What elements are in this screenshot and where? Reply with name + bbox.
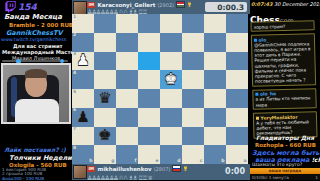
- square-g5[interactable]: ♛: [94, 89, 116, 108]
- square-c2[interactable]: [182, 33, 204, 52]
- file-label: g: [111, 159, 114, 164]
- file-label: h: [89, 159, 92, 164]
- top-player-rating: (2902): [157, 2, 174, 8]
- square-e2[interactable]: [138, 33, 160, 52]
- square-c4[interactable]: [182, 70, 204, 89]
- black-king-piece[interactable]: ♚: [94, 127, 116, 146]
- rank-label: 7: [73, 127, 76, 132]
- top-player-bar: IM Karacsonyi_Gellert (2902) ♙♙♙♙♙♙♙ ♘♘ …: [72, 0, 250, 14]
- square-e8[interactable]: e: [138, 145, 160, 164]
- square-h2[interactable]: 2: [72, 33, 94, 52]
- square-b6[interactable]: [204, 108, 226, 127]
- square-f8[interactable]: f: [116, 145, 138, 164]
- viewer-count: 154: [18, 2, 37, 12]
- square-g3[interactable]: [94, 52, 116, 71]
- twitch-icon: [5, 1, 16, 13]
- square-g6[interactable]: [94, 108, 116, 127]
- square-c5[interactable]: [182, 89, 204, 108]
- black-pawn-piece[interactable]: ♟: [72, 108, 94, 127]
- square-d7[interactable]: [160, 127, 182, 146]
- square-g4[interactable]: [94, 70, 116, 89]
- square-e5[interactable]: [138, 89, 160, 108]
- square-f5[interactable]: [116, 89, 138, 108]
- streamer-shirt: [15, 99, 59, 124]
- square-h8[interactable]: 8h: [72, 145, 94, 164]
- rank-label: 2: [73, 33, 76, 38]
- square-c3[interactable]: [182, 52, 204, 71]
- square-f6[interactable]: [116, 108, 138, 127]
- square-e7[interactable]: [138, 127, 160, 146]
- chat-text: @GannikChess подписка появилась, я вот и…: [254, 41, 313, 84]
- square-f7[interactable]: [116, 127, 138, 146]
- top-player-clock: 0:00.3: [205, 2, 247, 13]
- square-b5[interactable]: [204, 89, 226, 108]
- square-a1[interactable]: [226, 14, 248, 33]
- chat-footer-count: 1: [315, 175, 318, 180]
- top-player-avatar[interactable]: [73, 1, 87, 15]
- file-label: f: [135, 159, 137, 164]
- white-king-piece[interactable]: ♚: [160, 70, 182, 89]
- trophy-icon: [183, 166, 188, 171]
- file-label: a: [243, 159, 246, 164]
- square-h6[interactable]: 6♟: [72, 108, 94, 127]
- channel-name: GannikChessTV: [6, 29, 63, 37]
- tippers-list: 1 виктория 500 RUB2 прошка 100 RUBфорд10…: [2, 168, 70, 180]
- chat-message: olo_@GannikChess подписка появилась, я в…: [251, 33, 316, 86]
- square-h4[interactable]: 4: [72, 70, 94, 89]
- square-h1[interactable]: 1: [72, 14, 94, 33]
- gladiators-title: Гладиаторы Дня: [255, 134, 315, 141]
- top-player-title-badge: IM: [87, 2, 95, 8]
- chat-text: а из Литвы кто чемпион мира: [255, 96, 313, 108]
- square-g8[interactable]: g: [94, 145, 116, 164]
- russia-flag-icon: [172, 165, 181, 172]
- file-label: d: [177, 159, 180, 164]
- bottom-player-avatar[interactable]: [73, 165, 87, 179]
- rank-label: 4: [73, 71, 76, 76]
- ad-subline: Шахматы это круто?: [252, 162, 302, 167]
- ad-command: !chess: [311, 156, 320, 163]
- square-h7[interactable]: 7: [72, 127, 94, 146]
- square-b2[interactable]: [204, 33, 226, 52]
- white-pawn-piece[interactable]: ♟: [72, 52, 94, 71]
- square-c6[interactable]: [182, 108, 204, 127]
- twitch-viewers: 154: [5, 1, 37, 13]
- tipper-entry: форд100 - 100 RUB: [2, 177, 70, 180]
- rank-label: 1: [73, 15, 76, 20]
- square-a3[interactable]: [226, 52, 248, 71]
- square-a8[interactable]: a: [226, 145, 248, 164]
- chess-board: 123♟4♚5♛6♟7♚8hgfedcba: [72, 14, 248, 164]
- chat-badge-icon: [255, 93, 258, 96]
- square-d3[interactable]: [160, 52, 182, 71]
- square-b8[interactable]: b: [204, 145, 226, 164]
- webcam-feed: [1, 63, 71, 124]
- square-d1[interactable]: [160, 14, 182, 33]
- bottom-player-name[interactable]: mikhaillushenkov: [97, 166, 151, 172]
- square-a6[interactable]: [226, 108, 248, 127]
- band-of-month-title: Банда Месяца: [4, 13, 62, 21]
- file-label: e: [155, 159, 158, 164]
- file-label: c: [200, 159, 203, 164]
- tippers-title: Толчики Недели: [9, 154, 72, 162]
- square-e3[interactable]: [138, 52, 160, 71]
- chat-panel: хорош стрим?olo_@GannikChess подписка по…: [250, 20, 317, 138]
- square-f3[interactable]: [116, 52, 138, 71]
- square-d2[interactable]: [160, 33, 182, 52]
- square-a5[interactable]: [226, 89, 248, 108]
- volume-slider[interactable]: [2, 60, 68, 62]
- square-g2[interactable]: [94, 33, 116, 52]
- bottom-player-title-badge: IM: [87, 166, 95, 172]
- square-b1[interactable]: [204, 14, 226, 33]
- chat-badge-icon: [254, 38, 257, 41]
- chat-badge-icon: [256, 116, 259, 119]
- square-d4[interactable]: ♚: [160, 70, 182, 89]
- bottom-player-rating: (2807): [154, 166, 171, 172]
- square-h5[interactable]: 5: [72, 89, 94, 108]
- square-c7[interactable]: [182, 127, 204, 146]
- channel-url[interactable]: www.twitch.tv/gannikchess: [1, 37, 66, 42]
- file-label: b: [221, 159, 224, 164]
- square-d6[interactable]: [160, 108, 182, 127]
- stream-time: 0:07:43: [251, 1, 272, 7]
- streamer-hair: [25, 69, 47, 78]
- top-player-name[interactable]: Karacsonyi_Gellert: [97, 2, 155, 8]
- black-queen-piece[interactable]: ♛: [94, 89, 116, 108]
- chat-footer-status: 0/3(0b) 1 минута: [252, 175, 289, 180]
- chat-text: хорош стрим?: [254, 23, 312, 30]
- bottom-player-bar: IM mikhaillushenkov (2807) ♙♙♙♙♙♙♙ ♘♘ ♗♗…: [72, 164, 250, 180]
- square-g1[interactable]: [94, 14, 116, 33]
- stream-screen: 154 Банда Месяца Bramble - 2 000 RUB Gan…: [0, 0, 320, 180]
- chat-message: хорош стрим?: [250, 20, 314, 32]
- bottom-player-clock: 0:00: [225, 167, 245, 176]
- square-b7[interactable]: [204, 127, 226, 146]
- band-of-month-entry: Bramble - 2 000 RUB: [9, 22, 73, 28]
- square-a4[interactable]: [226, 70, 248, 89]
- bottom-captured-pieces: ♙♙♙♙♙♙♙ ♘♘ ♗♗ ♖♖ ♕: [87, 174, 152, 181]
- square-c1[interactable]: [182, 14, 204, 33]
- chat-message: olo_haа из Литвы кто чемпион мира: [252, 88, 317, 110]
- square-b4[interactable]: [204, 70, 226, 89]
- square-e4[interactable]: [138, 70, 160, 89]
- square-e1[interactable]: [138, 14, 160, 33]
- rank-label: 8: [73, 146, 76, 151]
- stream-date: 30 December 2019: [274, 1, 320, 7]
- square-h3[interactable]: 3♟: [72, 52, 94, 71]
- square-f1[interactable]: [116, 14, 138, 33]
- chat-footer: 0/3(0b) 1 минута 1: [250, 174, 320, 180]
- rank-label: 5: [73, 90, 76, 95]
- square-a7[interactable]: [226, 127, 248, 146]
- gladiators-top-entry: Rozhopla - 660 RUB: [255, 142, 315, 148]
- square-d5[interactable]: [160, 89, 182, 108]
- square-c8[interactable]: c: [182, 145, 204, 164]
- square-a2[interactable]: [226, 33, 248, 52]
- square-e6[interactable]: [138, 108, 160, 127]
- stream-timestamp: 0:07:43 30 December 2019: [251, 1, 320, 7]
- square-f2[interactable]: [116, 33, 138, 52]
- square-g7[interactable]: ♚: [94, 127, 116, 146]
- square-d8[interactable]: d: [160, 145, 182, 164]
- trophy-icon: [187, 2, 192, 7]
- square-b3[interactable]: [204, 52, 226, 71]
- hungary-flag-icon: [176, 1, 185, 8]
- square-f4[interactable]: [116, 70, 138, 89]
- like-prompt: Лайк поставил? :): [4, 146, 66, 153]
